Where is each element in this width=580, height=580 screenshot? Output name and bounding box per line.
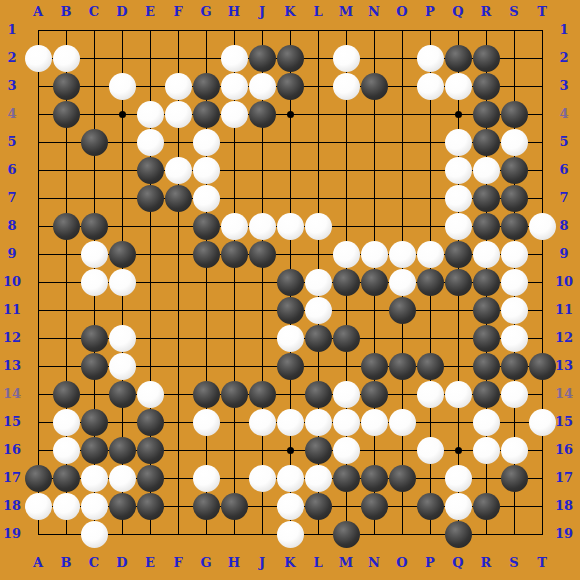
black-stone-R12 — [473, 325, 500, 352]
black-stone-H18 — [221, 493, 248, 520]
white-stone-Q6 — [445, 157, 472, 184]
column-label-bottom-R: R — [472, 554, 500, 572]
white-stone-K18 — [277, 493, 304, 520]
white-stone-S12 — [501, 325, 528, 352]
row-label-right-3: 3 — [551, 77, 577, 95]
black-stone-G18 — [193, 493, 220, 520]
row-label-right-14: 14 — [551, 385, 577, 403]
white-stone-F4 — [165, 101, 192, 128]
black-stone-G14 — [193, 381, 220, 408]
black-stone-M19 — [333, 521, 360, 548]
black-stone-N17 — [361, 465, 388, 492]
row-label-right-12: 12 — [551, 329, 577, 347]
row-label-right-7: 7 — [551, 189, 577, 207]
row-label-left-14: 14 — [1, 385, 23, 403]
column-label-bottom-F: F — [164, 554, 192, 572]
black-stone-S4 — [501, 101, 528, 128]
white-stone-B18 — [53, 493, 80, 520]
column-label-top-J: J — [248, 3, 276, 21]
white-stone-K8 — [277, 213, 304, 240]
black-stone-Q2 — [445, 45, 472, 72]
row-label-right-1: 1 — [551, 21, 577, 39]
black-stone-G9 — [193, 241, 220, 268]
column-label-top-A: A — [24, 3, 52, 21]
white-stone-M16 — [333, 437, 360, 464]
black-stone-R10 — [473, 269, 500, 296]
white-stone-M3 — [333, 73, 360, 100]
column-label-bottom-C: C — [80, 554, 108, 572]
column-label-bottom-P: P — [416, 554, 444, 572]
white-stone-R15 — [473, 409, 500, 436]
white-stone-M9 — [333, 241, 360, 268]
row-label-right-6: 6 — [551, 161, 577, 179]
black-stone-R3 — [473, 73, 500, 100]
black-stone-L14 — [305, 381, 332, 408]
white-stone-M14 — [333, 381, 360, 408]
row-label-left-15: 15 — [1, 413, 23, 431]
star-point-Q16 — [455, 447, 462, 454]
white-stone-F6 — [165, 157, 192, 184]
column-label-bottom-O: O — [388, 554, 416, 572]
white-stone-F3 — [165, 73, 192, 100]
white-stone-C17 — [81, 465, 108, 492]
black-stone-P18 — [417, 493, 444, 520]
white-stone-P16 — [417, 437, 444, 464]
column-label-bottom-G: G — [192, 554, 220, 572]
white-stone-S16 — [501, 437, 528, 464]
white-stone-E5 — [137, 129, 164, 156]
black-stone-C12 — [81, 325, 108, 352]
black-stone-L12 — [305, 325, 332, 352]
black-stone-F7 — [165, 185, 192, 212]
column-label-top-S: S — [500, 3, 528, 21]
row-label-left-3: 3 — [1, 77, 23, 95]
row-label-right-8: 8 — [551, 217, 577, 235]
go-board[interactable]: AABBCCDDEEFFGGHHJJKKLLMMNNOOPPQQRRSSTT11… — [0, 0, 580, 580]
column-label-bottom-T: T — [528, 554, 556, 572]
column-label-bottom-L: L — [304, 554, 332, 572]
white-stone-C10 — [81, 269, 108, 296]
white-stone-B2 — [53, 45, 80, 72]
white-stone-Q3 — [445, 73, 472, 100]
black-stone-H9 — [221, 241, 248, 268]
black-stone-B4 — [53, 101, 80, 128]
black-stone-E6 — [137, 157, 164, 184]
black-stone-S13 — [501, 353, 528, 380]
white-stone-J8 — [249, 213, 276, 240]
white-stone-R16 — [473, 437, 500, 464]
row-label-left-4: 4 — [1, 105, 23, 123]
row-label-right-13: 13 — [551, 357, 577, 375]
black-stone-M10 — [333, 269, 360, 296]
column-label-top-L: L — [304, 3, 332, 21]
white-stone-H4 — [221, 101, 248, 128]
row-label-right-18: 18 — [551, 497, 577, 515]
white-stone-O10 — [389, 269, 416, 296]
white-stone-S10 — [501, 269, 528, 296]
black-stone-J2 — [249, 45, 276, 72]
white-stone-N15 — [361, 409, 388, 436]
black-stone-D18 — [109, 493, 136, 520]
column-label-top-O: O — [388, 3, 416, 21]
black-stone-E15 — [137, 409, 164, 436]
black-stone-D14 — [109, 381, 136, 408]
black-stone-A17 — [25, 465, 52, 492]
white-stone-N9 — [361, 241, 388, 268]
white-stone-L17 — [305, 465, 332, 492]
row-label-left-2: 2 — [1, 49, 23, 67]
white-stone-B16 — [53, 437, 80, 464]
row-label-right-5: 5 — [551, 133, 577, 151]
column-label-bottom-A: A — [24, 554, 52, 572]
white-stone-Q7 — [445, 185, 472, 212]
black-stone-P10 — [417, 269, 444, 296]
black-stone-B14 — [53, 381, 80, 408]
white-stone-Q8 — [445, 213, 472, 240]
black-stone-P13 — [417, 353, 444, 380]
black-stone-C15 — [81, 409, 108, 436]
black-stone-Q10 — [445, 269, 472, 296]
column-label-bottom-B: B — [52, 554, 80, 572]
row-label-right-9: 9 — [551, 245, 577, 263]
black-stone-G4 — [193, 101, 220, 128]
row-label-left-17: 17 — [1, 469, 23, 487]
white-stone-S9 — [501, 241, 528, 268]
column-label-top-K: K — [276, 3, 304, 21]
column-label-bottom-J: J — [248, 554, 276, 572]
row-label-right-10: 10 — [551, 273, 577, 291]
white-stone-Q18 — [445, 493, 472, 520]
row-label-left-10: 10 — [1, 273, 23, 291]
column-label-top-M: M — [332, 3, 360, 21]
white-stone-H8 — [221, 213, 248, 240]
column-label-top-D: D — [108, 3, 136, 21]
white-stone-J15 — [249, 409, 276, 436]
column-label-top-T: T — [528, 3, 556, 21]
white-stone-A2 — [25, 45, 52, 72]
row-label-left-6: 6 — [1, 161, 23, 179]
black-stone-R14 — [473, 381, 500, 408]
white-stone-M2 — [333, 45, 360, 72]
column-label-bottom-D: D — [108, 554, 136, 572]
row-label-left-11: 11 — [1, 301, 23, 319]
black-stone-E16 — [137, 437, 164, 464]
black-stone-Q19 — [445, 521, 472, 548]
black-stone-L18 — [305, 493, 332, 520]
row-label-left-12: 12 — [1, 329, 23, 347]
column-label-top-Q: Q — [444, 3, 472, 21]
row-label-right-2: 2 — [551, 49, 577, 67]
row-label-right-16: 16 — [551, 441, 577, 459]
white-stone-H3 — [221, 73, 248, 100]
black-stone-C8 — [81, 213, 108, 240]
black-stone-O11 — [389, 297, 416, 324]
black-stone-R2 — [473, 45, 500, 72]
black-stone-M17 — [333, 465, 360, 492]
column-label-top-C: C — [80, 3, 108, 21]
row-label-left-18: 18 — [1, 497, 23, 515]
white-stone-C18 — [81, 493, 108, 520]
black-stone-R4 — [473, 101, 500, 128]
column-label-bottom-H: H — [220, 554, 248, 572]
white-stone-D13 — [109, 353, 136, 380]
white-stone-J17 — [249, 465, 276, 492]
black-stone-B17 — [53, 465, 80, 492]
black-stone-C5 — [81, 129, 108, 156]
black-stone-E17 — [137, 465, 164, 492]
black-stone-R13 — [473, 353, 500, 380]
black-stone-N18 — [361, 493, 388, 520]
black-stone-S8 — [501, 213, 528, 240]
white-stone-J3 — [249, 73, 276, 100]
white-stone-K12 — [277, 325, 304, 352]
black-stone-N10 — [361, 269, 388, 296]
white-stone-R6 — [473, 157, 500, 184]
black-stone-R18 — [473, 493, 500, 520]
white-stone-G17 — [193, 465, 220, 492]
black-stone-S7 — [501, 185, 528, 212]
white-stone-C19 — [81, 521, 108, 548]
black-stone-N3 — [361, 73, 388, 100]
black-stone-K11 — [277, 297, 304, 324]
white-stone-M15 — [333, 409, 360, 436]
row-label-left-19: 19 — [1, 525, 23, 543]
white-stone-L8 — [305, 213, 332, 240]
row-label-left-5: 5 — [1, 133, 23, 151]
column-label-top-F: F — [164, 3, 192, 21]
black-stone-H14 — [221, 381, 248, 408]
white-stone-S5 — [501, 129, 528, 156]
column-label-top-E: E — [136, 3, 164, 21]
black-stone-N13 — [361, 353, 388, 380]
white-stone-P9 — [417, 241, 444, 268]
white-stone-Q14 — [445, 381, 472, 408]
row-label-right-19: 19 — [551, 525, 577, 543]
white-stone-D17 — [109, 465, 136, 492]
column-label-top-G: G — [192, 3, 220, 21]
black-stone-N14 — [361, 381, 388, 408]
row-label-left-7: 7 — [1, 189, 23, 207]
white-stone-G7 — [193, 185, 220, 212]
column-label-bottom-N: N — [360, 554, 388, 572]
black-stone-J9 — [249, 241, 276, 268]
white-stone-Q5 — [445, 129, 472, 156]
black-stone-C13 — [81, 353, 108, 380]
white-stone-L10 — [305, 269, 332, 296]
black-stone-R11 — [473, 297, 500, 324]
white-stone-A18 — [25, 493, 52, 520]
star-point-D4 — [119, 111, 126, 118]
black-stone-S6 — [501, 157, 528, 184]
white-stone-R9 — [473, 241, 500, 268]
row-label-left-16: 16 — [1, 441, 23, 459]
column-label-bottom-Q: Q — [444, 554, 472, 572]
white-stone-L15 — [305, 409, 332, 436]
row-label-right-11: 11 — [551, 301, 577, 319]
white-stone-P3 — [417, 73, 444, 100]
column-label-top-R: R — [472, 3, 500, 21]
column-label-top-N: N — [360, 3, 388, 21]
black-stone-K13 — [277, 353, 304, 380]
white-stone-O9 — [389, 241, 416, 268]
black-stone-L16 — [305, 437, 332, 464]
white-stone-E14 — [137, 381, 164, 408]
row-label-left-8: 8 — [1, 217, 23, 235]
black-stone-E18 — [137, 493, 164, 520]
star-point-K4 — [287, 111, 294, 118]
row-label-left-13: 13 — [1, 357, 23, 375]
row-label-right-4: 4 — [551, 105, 577, 123]
white-stone-D12 — [109, 325, 136, 352]
star-point-Q4 — [455, 111, 462, 118]
black-stone-B3 — [53, 73, 80, 100]
column-label-top-H: H — [220, 3, 248, 21]
white-stone-S14 — [501, 381, 528, 408]
black-stone-D9 — [109, 241, 136, 268]
black-stone-E7 — [137, 185, 164, 212]
column-label-bottom-S: S — [500, 554, 528, 572]
column-label-bottom-E: E — [136, 554, 164, 572]
white-stone-Q17 — [445, 465, 472, 492]
white-stone-D3 — [109, 73, 136, 100]
white-stone-L11 — [305, 297, 332, 324]
white-stone-G6 — [193, 157, 220, 184]
column-label-bottom-K: K — [276, 554, 304, 572]
white-stone-K15 — [277, 409, 304, 436]
black-stone-G3 — [193, 73, 220, 100]
black-stone-Q9 — [445, 241, 472, 268]
white-stone-P14 — [417, 381, 444, 408]
black-stone-R5 — [473, 129, 500, 156]
black-stone-G8 — [193, 213, 220, 240]
white-stone-G15 — [193, 409, 220, 436]
black-stone-K2 — [277, 45, 304, 72]
white-stone-K19 — [277, 521, 304, 548]
white-stone-B15 — [53, 409, 80, 436]
white-stone-D10 — [109, 269, 136, 296]
black-stone-D16 — [109, 437, 136, 464]
white-stone-C9 — [81, 241, 108, 268]
black-stone-K3 — [277, 73, 304, 100]
column-label-top-P: P — [416, 3, 444, 21]
white-stone-O15 — [389, 409, 416, 436]
black-stone-C16 — [81, 437, 108, 464]
row-label-right-15: 15 — [551, 413, 577, 431]
black-stone-B8 — [53, 213, 80, 240]
black-stone-J14 — [249, 381, 276, 408]
black-stone-S17 — [501, 465, 528, 492]
black-stone-R7 — [473, 185, 500, 212]
black-stone-R8 — [473, 213, 500, 240]
row-label-left-1: 1 — [1, 21, 23, 39]
white-stone-G5 — [193, 129, 220, 156]
white-stone-P2 — [417, 45, 444, 72]
white-stone-S11 — [501, 297, 528, 324]
black-stone-M12 — [333, 325, 360, 352]
white-stone-K17 — [277, 465, 304, 492]
black-stone-O17 — [389, 465, 416, 492]
black-stone-K10 — [277, 269, 304, 296]
star-point-K16 — [287, 447, 294, 454]
row-label-right-17: 17 — [551, 469, 577, 487]
white-stone-H2 — [221, 45, 248, 72]
column-label-top-B: B — [52, 3, 80, 21]
white-stone-E4 — [137, 101, 164, 128]
black-stone-O13 — [389, 353, 416, 380]
column-label-bottom-M: M — [332, 554, 360, 572]
black-stone-J4 — [249, 101, 276, 128]
row-label-left-9: 9 — [1, 245, 23, 263]
